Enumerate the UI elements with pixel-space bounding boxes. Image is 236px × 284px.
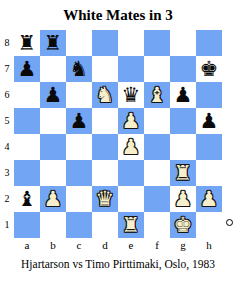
square-d4 — [92, 134, 118, 160]
file-label-b: b — [40, 239, 66, 251]
square-f2 — [144, 186, 170, 212]
file-label-d: d — [92, 239, 118, 251]
piece-black-queen-e6: ♛ — [118, 82, 144, 108]
square-h8 — [196, 30, 222, 56]
square-h7: ♚ — [196, 56, 222, 82]
file-label-f: f — [144, 239, 170, 251]
square-e3 — [118, 160, 144, 186]
piece-white-knight-d6: ♞ — [92, 82, 118, 108]
square-g5 — [170, 108, 196, 134]
rank-label-6: 6 — [0, 82, 14, 108]
square-c7: ♞ — [66, 56, 92, 82]
square-d6: ♞ — [92, 82, 118, 108]
piece-white-pawn-h2: ♟ — [196, 186, 222, 212]
rank-label-2: 2 — [0, 186, 14, 212]
square-b3 — [40, 160, 66, 186]
file-label-g: g — [170, 239, 196, 251]
square-c8 — [66, 30, 92, 56]
rank-labels: 87654321 — [0, 30, 14, 238]
square-f5 — [144, 108, 170, 134]
square-e2 — [118, 186, 144, 212]
square-a6 — [14, 82, 40, 108]
chess-board: ♜♜♟♞♚♟♞♛♝♟♟♟♟♟♜♝♟♛♟♟♜♚ — [14, 30, 222, 238]
square-c1 — [66, 212, 92, 238]
square-e4: ♟ — [118, 134, 144, 160]
square-a8: ♜ — [14, 30, 40, 56]
square-h6 — [196, 82, 222, 108]
square-e1: ♜ — [118, 212, 144, 238]
square-c3 — [66, 160, 92, 186]
square-f1 — [144, 212, 170, 238]
square-a5 — [14, 108, 40, 134]
square-a7: ♟ — [14, 56, 40, 82]
square-c6 — [66, 82, 92, 108]
piece-black-pawn-a7: ♟ — [14, 56, 40, 82]
rank-label-7: 7 — [0, 56, 14, 82]
square-g2: ♟ — [170, 186, 196, 212]
piece-white-pawn-g2: ♟ — [170, 186, 196, 212]
square-g6: ♟ — [170, 82, 196, 108]
side-to-move-indicator — [226, 219, 233, 226]
piece-black-king-h7: ♚ — [196, 56, 222, 82]
square-d2: ♛ — [92, 186, 118, 212]
square-b7 — [40, 56, 66, 82]
file-label-c: c — [66, 239, 92, 251]
square-d5 — [92, 108, 118, 134]
file-label-h: h — [196, 239, 222, 251]
square-b5 — [40, 108, 66, 134]
square-e5: ♟ — [118, 108, 144, 134]
piece-white-queen-d2: ♛ — [92, 186, 118, 212]
square-a3 — [14, 160, 40, 186]
piece-white-king-g1: ♚ — [170, 212, 196, 238]
square-h2: ♟ — [196, 186, 222, 212]
piece-white-rook-g3: ♜ — [170, 160, 196, 186]
square-e6: ♛ — [118, 82, 144, 108]
rank-label-5: 5 — [0, 108, 14, 134]
square-f4 — [144, 134, 170, 160]
square-d7 — [92, 56, 118, 82]
square-b8: ♜ — [40, 30, 66, 56]
piece-black-rook-b8: ♜ — [40, 30, 66, 56]
square-b6: ♟ — [40, 82, 66, 108]
piece-black-pawn-b6: ♟ — [40, 82, 66, 108]
square-a1 — [14, 212, 40, 238]
rank-label-1: 1 — [0, 212, 14, 238]
piece-black-bishop-a2: ♝ — [14, 186, 40, 212]
puzzle-title: White Mates in 3 — [0, 0, 236, 28]
square-g3: ♜ — [170, 160, 196, 186]
square-c2 — [66, 186, 92, 212]
square-h4 — [196, 134, 222, 160]
rank-label-4: 4 — [0, 134, 14, 160]
piece-black-pawn-h5: ♟ — [196, 108, 222, 134]
square-d8 — [92, 30, 118, 56]
square-g7 — [170, 56, 196, 82]
square-e7 — [118, 56, 144, 82]
piece-white-pawn-b2: ♟ — [40, 186, 66, 212]
piece-white-pawn-e5: ♟ — [118, 108, 144, 134]
square-h5: ♟ — [196, 108, 222, 134]
piece-black-knight-c7: ♞ — [66, 56, 92, 82]
chess-board-area: 87654321 ♜♜♟♞♚♟♞♛♝♟♟♟♟♟♜♝♟♛♟♟♜♚ — [0, 30, 222, 238]
square-b1 — [40, 212, 66, 238]
square-a4 — [14, 134, 40, 160]
square-d1 — [92, 212, 118, 238]
square-c4 — [66, 134, 92, 160]
square-g4 — [170, 134, 196, 160]
rank-label-8: 8 — [0, 30, 14, 56]
piece-black-pawn-c5: ♟ — [66, 108, 92, 134]
square-h1 — [196, 212, 222, 238]
square-b2: ♟ — [40, 186, 66, 212]
square-f7 — [144, 56, 170, 82]
square-c5: ♟ — [66, 108, 92, 134]
square-d3 — [92, 160, 118, 186]
file-labels: abcdefgh — [14, 239, 222, 251]
square-e8 — [118, 30, 144, 56]
piece-black-pawn-g6: ♟ — [170, 82, 196, 108]
piece-black-rook-a8: ♜ — [14, 30, 40, 56]
file-label-e: e — [118, 239, 144, 251]
game-caption: Hjartarson vs Timo Pirttimaki, Oslo, 198… — [0, 258, 236, 270]
square-a2: ♝ — [14, 186, 40, 212]
square-g1: ♚ — [170, 212, 196, 238]
piece-white-rook-e1: ♜ — [118, 212, 144, 238]
file-label-a: a — [14, 239, 40, 251]
square-h3 — [196, 160, 222, 186]
square-b4 — [40, 134, 66, 160]
square-f6: ♝ — [144, 82, 170, 108]
square-g8 — [170, 30, 196, 56]
piece-white-bishop-f6: ♝ — [144, 82, 170, 108]
square-f3 — [144, 160, 170, 186]
square-f8 — [144, 30, 170, 56]
rank-label-3: 3 — [0, 160, 14, 186]
piece-white-pawn-e4: ♟ — [118, 134, 144, 160]
